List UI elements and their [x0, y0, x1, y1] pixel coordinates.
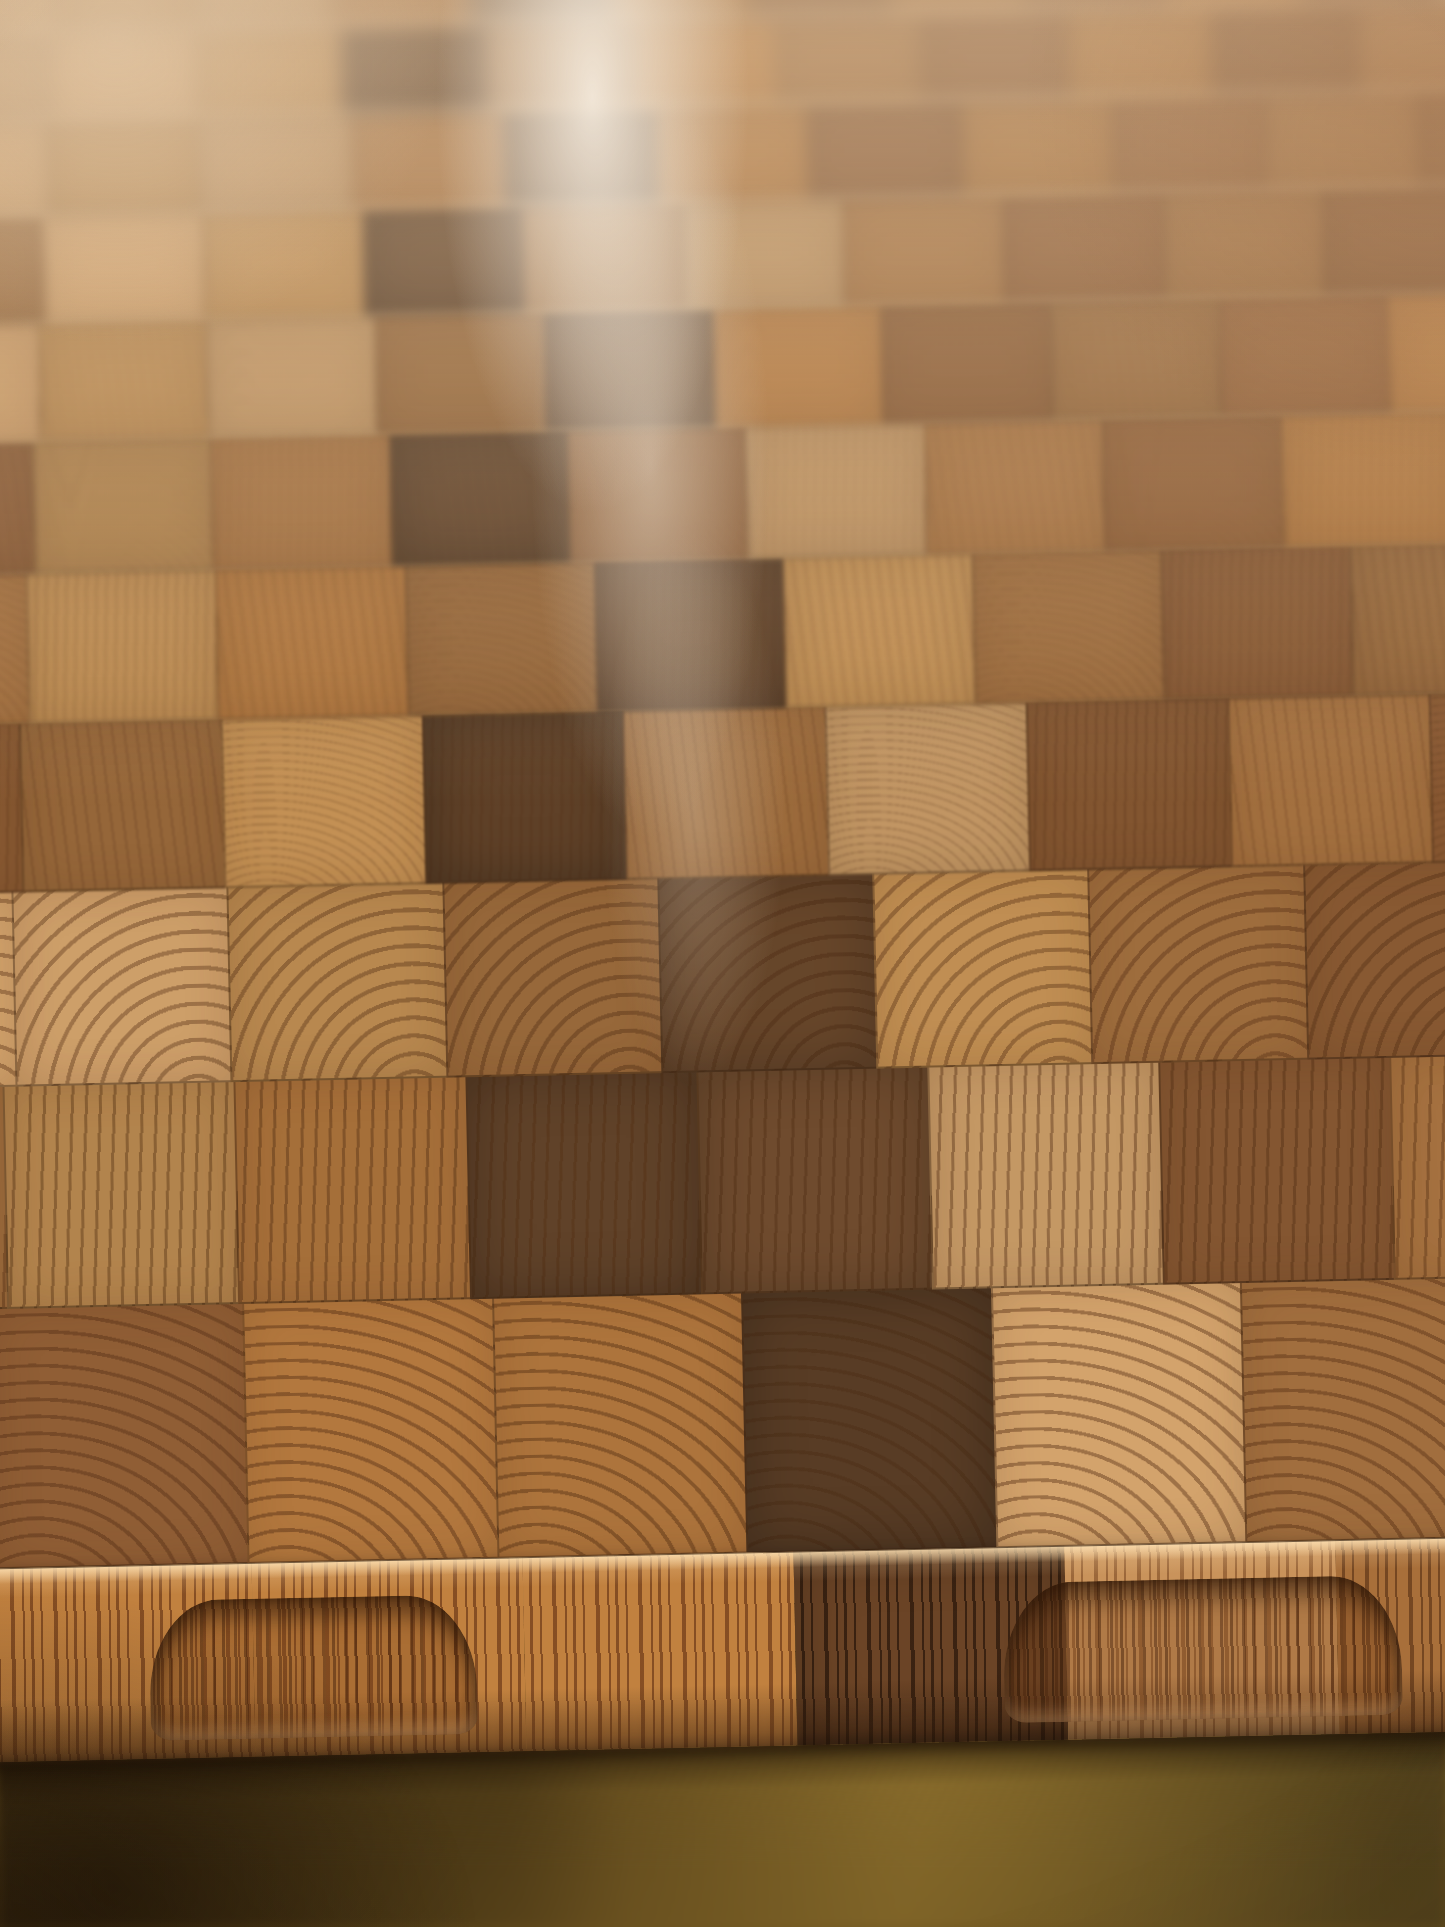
board-cell [221, 714, 426, 889]
board-cell [747, 0, 887, 17]
board-cell [741, 1287, 996, 1554]
board-cell [486, 18, 633, 111]
board-cell [1049, 297, 1220, 421]
board-cell [442, 878, 661, 1078]
board-cell [389, 429, 570, 567]
board-cell [375, 311, 546, 435]
edge-segment [522, 1552, 797, 1752]
board-cell [32, 436, 213, 574]
board-cell [42, 211, 204, 323]
board-cell [46, 115, 200, 217]
board-cell [1264, 89, 1418, 191]
board-cell [0, 0, 55, 35]
board-cell [1417, 86, 1445, 188]
board-cell [872, 869, 1091, 1069]
board-cell [0, 1302, 248, 1569]
board-cell [657, 873, 876, 1073]
board-cell [331, 0, 471, 26]
board-cell [1066, 5, 1213, 98]
board-cell [1227, 693, 1432, 868]
board-cell [543, 307, 714, 431]
board-cell [1026, 697, 1231, 872]
board-cell [991, 1281, 1246, 1548]
board-cell [623, 705, 828, 880]
board-cell [215, 565, 407, 720]
board-cell [0, 440, 35, 578]
board-cell [37, 318, 208, 442]
board-cell [351, 108, 505, 210]
cutting-board [0, 0, 1445, 1927]
board-cell [210, 433, 391, 571]
board-cell [1162, 188, 1324, 300]
board-cell [776, 12, 923, 105]
board-cell [195, 24, 342, 117]
board-cell [0, 214, 44, 326]
board-cell [745, 421, 926, 559]
board-cell [1389, 1051, 1445, 1280]
board-cell [234, 1075, 470, 1304]
board-cell [19, 718, 224, 893]
board-cell [960, 95, 1114, 197]
board-cell [522, 201, 684, 313]
board-cell [924, 418, 1105, 556]
board-cell [1357, 0, 1445, 92]
board-cell [1161, 545, 1353, 700]
board-cell [0, 30, 52, 123]
board-cell [1303, 860, 1445, 1060]
board-cell [921, 9, 1068, 102]
photo-root [0, 0, 1445, 1927]
board-front-edge [0, 1529, 1445, 1763]
board-cell [54, 0, 194, 32]
board-cell [404, 561, 596, 716]
board-cell [50, 27, 197, 120]
board-cell [1212, 2, 1359, 95]
board-cell [682, 198, 844, 310]
board-cell [1428, 688, 1445, 863]
board-cell [465, 1070, 701, 1299]
board-cell [881, 300, 1052, 424]
board-cell [655, 102, 809, 204]
board-cell [470, 0, 610, 23]
board-cell [12, 887, 231, 1087]
board-cell [696, 1065, 932, 1294]
board-cell [593, 557, 785, 712]
board-cell [1102, 414, 1283, 552]
board-cell [1158, 1055, 1394, 1284]
board-cell [227, 882, 446, 1082]
board-cell [631, 15, 778, 108]
board-cell [1112, 92, 1266, 194]
board-cell [1218, 293, 1389, 417]
board-cell [242, 1297, 497, 1564]
board-cell [340, 21, 487, 114]
board-cell [927, 1060, 1163, 1289]
board-cell [198, 111, 352, 213]
board-cell [1280, 410, 1445, 548]
board-cell [0, 118, 48, 220]
board-cell [808, 99, 962, 201]
board-cell [503, 105, 657, 207]
board-cell [824, 701, 1029, 876]
board-cell [1002, 191, 1164, 303]
board-cell [202, 208, 364, 320]
board-cell [567, 425, 748, 563]
board-cell [1387, 290, 1445, 414]
board-cell [782, 553, 974, 708]
board-cell [1350, 541, 1445, 696]
board-cell [3, 1080, 239, 1309]
finger-groove-left [148, 1594, 478, 1741]
board-cell [0, 573, 29, 728]
board-cell [609, 0, 749, 20]
board-cell [492, 1292, 747, 1559]
board-cell [206, 314, 377, 438]
board-cell [712, 304, 883, 428]
finger-groove-right [1002, 1575, 1403, 1723]
board-cell [192, 0, 332, 29]
board-cell [972, 549, 1164, 704]
board-cell [0, 321, 40, 445]
board-cell [26, 569, 218, 724]
board-cell [362, 204, 524, 316]
board-cell [1088, 864, 1307, 1064]
board-cell [422, 709, 627, 884]
board-cell [1322, 184, 1445, 296]
board-cell [1240, 1276, 1445, 1543]
board-cell [842, 194, 1004, 306]
